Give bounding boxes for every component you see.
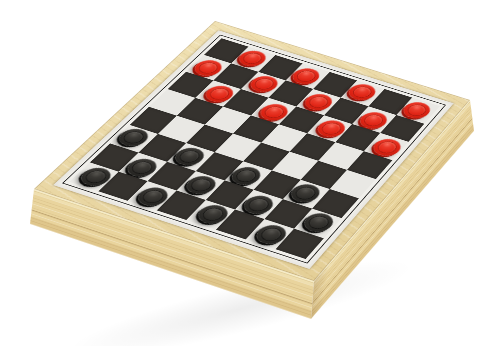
checkers-box [0,0,500,346]
product-photo-stage [0,0,500,346]
